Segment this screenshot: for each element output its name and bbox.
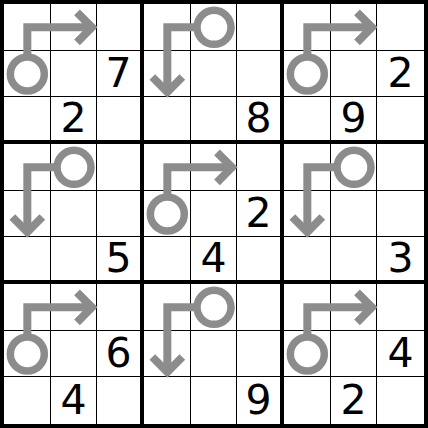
given-digit: 6 [106, 333, 132, 374]
given-digit: 9 [340, 98, 366, 139]
cell-r7c5[interactable] [191, 284, 238, 331]
given-digit: 4 [388, 333, 414, 374]
cell-r2c3[interactable]: 7 [97, 51, 144, 98]
cell-r1c3[interactable] [97, 4, 144, 51]
cell-r3c5[interactable] [191, 97, 238, 144]
given-digit: 8 [246, 98, 272, 139]
cell-r9c8[interactable]: 2 [331, 377, 378, 424]
cell-r9c9[interactable] [377, 377, 424, 424]
cell-r3c9[interactable] [377, 97, 424, 144]
cell-r7c7[interactable] [284, 284, 331, 331]
cell-r4c3[interactable] [97, 144, 144, 191]
cell-r2c5[interactable] [191, 51, 238, 98]
cell-r5c3[interactable] [97, 191, 144, 238]
cell-r2c4[interactable] [144, 51, 191, 98]
cell-r6c9[interactable]: 3 [377, 237, 424, 284]
given-digit: 9 [246, 380, 272, 421]
cell-r4c7[interactable] [284, 144, 331, 191]
cell-r8c2[interactable] [51, 331, 98, 378]
given-digit: 7 [106, 53, 132, 94]
given-digit: 2 [388, 53, 414, 94]
cell-r5c1[interactable] [4, 191, 51, 238]
cell-r5c8[interactable] [331, 191, 378, 238]
cell-r1c6[interactable] [237, 4, 284, 51]
cell-r9c7[interactable] [284, 377, 331, 424]
cell-r5c4[interactable] [144, 191, 191, 238]
given-digit: 4 [200, 238, 226, 279]
cell-r1c8[interactable] [331, 4, 378, 51]
cell-r8c9[interactable]: 4 [377, 331, 424, 378]
cell-r3c3[interactable] [97, 97, 144, 144]
cell-r1c5[interactable] [191, 4, 238, 51]
cell-r7c9[interactable] [377, 284, 424, 331]
cell-r7c1[interactable] [4, 284, 51, 331]
cell-r3c4[interactable] [144, 97, 191, 144]
given-digit: 2 [60, 98, 86, 139]
cell-r5c7[interactable] [284, 191, 331, 238]
cell-r3c2[interactable]: 2 [51, 97, 98, 144]
cell-r6c1[interactable] [4, 237, 51, 284]
cell-r9c2[interactable]: 4 [51, 377, 98, 424]
cell-r3c6[interactable]: 8 [237, 97, 284, 144]
cell-r6c4[interactable] [144, 237, 191, 284]
cell-r5c2[interactable] [51, 191, 98, 238]
cell-r9c3[interactable] [97, 377, 144, 424]
cell-r8c4[interactable] [144, 331, 191, 378]
cell-r6c6[interactable] [237, 237, 284, 284]
cell-r7c8[interactable] [331, 284, 378, 331]
given-digit: 5 [106, 238, 132, 279]
cell-r3c1[interactable] [4, 97, 51, 144]
cell-r9c1[interactable] [4, 377, 51, 424]
cell-r2c8[interactable] [331, 51, 378, 98]
cell-r1c7[interactable] [284, 4, 331, 51]
cell-r7c4[interactable] [144, 284, 191, 331]
cell-r2c7[interactable] [284, 51, 331, 98]
cell-r7c2[interactable] [51, 284, 98, 331]
cell-r6c7[interactable] [284, 237, 331, 284]
cell-r2c6[interactable] [237, 51, 284, 98]
given-digit: 4 [60, 380, 86, 421]
cell-r1c4[interactable] [144, 4, 191, 51]
cell-r6c2[interactable] [51, 237, 98, 284]
cell-r6c8[interactable] [331, 237, 378, 284]
cell-r3c7[interactable] [284, 97, 331, 144]
cell-r1c9[interactable] [377, 4, 424, 51]
cell-r7c3[interactable] [97, 284, 144, 331]
cell-r4c2[interactable] [51, 144, 98, 191]
cell-r1c2[interactable] [51, 4, 98, 51]
cell-r8c1[interactable] [4, 331, 51, 378]
arrow-sudoku-board: 72289254364492 [0, 0, 428, 428]
cell-r4c5[interactable] [191, 144, 238, 191]
cell-r9c4[interactable] [144, 377, 191, 424]
sudoku-grid: 72289254364492 [0, 0, 428, 428]
cell-r5c5[interactable] [191, 191, 238, 238]
cell-r4c4[interactable] [144, 144, 191, 191]
cell-r2c2[interactable] [51, 51, 98, 98]
cell-r2c1[interactable] [4, 51, 51, 98]
given-digit: 2 [246, 193, 272, 234]
cell-r8c5[interactable] [191, 331, 238, 378]
cell-r8c8[interactable] [331, 331, 378, 378]
cell-r3c8[interactable]: 9 [331, 97, 378, 144]
cell-r5c6[interactable]: 2 [237, 191, 284, 238]
cell-r6c3[interactable]: 5 [97, 237, 144, 284]
cell-r8c7[interactable] [284, 331, 331, 378]
cell-r1c1[interactable] [4, 4, 51, 51]
cell-r8c3[interactable]: 6 [97, 331, 144, 378]
cell-r9c5[interactable] [191, 377, 238, 424]
cell-r8c6[interactable] [237, 331, 284, 378]
cell-r4c8[interactable] [331, 144, 378, 191]
cell-r5c9[interactable] [377, 191, 424, 238]
cell-r6c5[interactable]: 4 [191, 237, 238, 284]
cell-r9c6[interactable]: 9 [237, 377, 284, 424]
given-digit: 2 [340, 380, 366, 421]
given-digit: 3 [388, 238, 414, 279]
cell-r4c9[interactable] [377, 144, 424, 191]
cell-r2c9[interactable]: 2 [377, 51, 424, 98]
cell-r4c6[interactable] [237, 144, 284, 191]
cell-r4c1[interactable] [4, 144, 51, 191]
cell-r7c6[interactable] [237, 284, 284, 331]
